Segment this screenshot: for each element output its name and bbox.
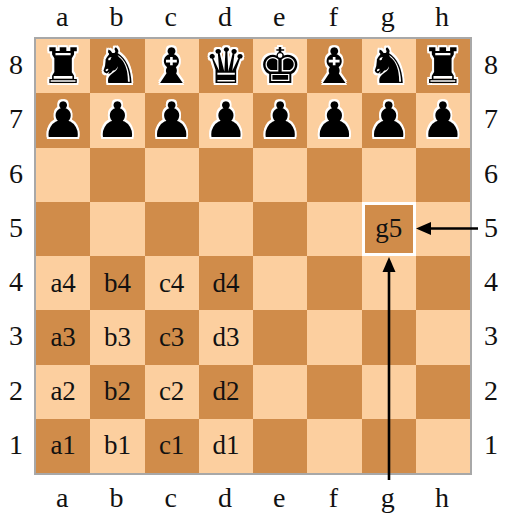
rank-label-right-2: 2 bbox=[477, 364, 505, 418]
square-g3 bbox=[362, 310, 416, 364]
square-name-label-c2: c2 bbox=[159, 378, 184, 405]
square-b7: ♟ bbox=[90, 93, 144, 147]
square-name-label-a1: a1 bbox=[50, 432, 75, 459]
rank-label-right-6: 6 bbox=[477, 147, 505, 201]
highlighted-square-label: g5 bbox=[375, 215, 402, 242]
file-label-top-g: g bbox=[361, 0, 415, 34]
black-pawn-c7: ♟ bbox=[150, 96, 194, 145]
square-c7: ♟ bbox=[145, 93, 199, 147]
file-label-top-d: d bbox=[198, 0, 252, 34]
square-a1: a1 bbox=[36, 419, 90, 473]
black-bishop-f8: ♝ bbox=[312, 42, 356, 91]
square-a6 bbox=[36, 148, 90, 202]
square-g7: ♟ bbox=[362, 93, 416, 147]
black-pawn-b7: ♟ bbox=[95, 96, 139, 145]
black-pawn-e7: ♟ bbox=[258, 96, 302, 145]
square-a8: ♜ bbox=[36, 39, 90, 93]
square-c6 bbox=[145, 148, 199, 202]
square-c4: c4 bbox=[145, 256, 199, 310]
square-name-label-a3: a3 bbox=[50, 324, 75, 351]
square-name-label-c3: c3 bbox=[159, 324, 184, 351]
file-label-bottom-b: b bbox=[89, 479, 143, 517]
square-b8: ♞ bbox=[90, 39, 144, 93]
square-d1: d1 bbox=[199, 419, 253, 473]
square-b6 bbox=[90, 148, 144, 202]
square-e6 bbox=[253, 148, 307, 202]
black-rook-a8: ♜ bbox=[41, 42, 85, 91]
square-h4 bbox=[416, 256, 470, 310]
black-pawn-f7: ♟ bbox=[312, 96, 356, 145]
chess-notation-diagram: ♜♞♝♛♚♝♞♜♟♟♟♟♟♟♟♟g5a4b4c4d4a3b3c3d3a2b2c2… bbox=[0, 0, 510, 522]
chess-board: ♜♞♝♛♚♝♞♜♟♟♟♟♟♟♟♟g5a4b4c4d4a3b3c3d3a2b2c2… bbox=[34, 37, 472, 475]
square-h2 bbox=[416, 365, 470, 419]
square-h5 bbox=[416, 202, 470, 256]
square-a5 bbox=[36, 202, 90, 256]
square-g8: ♞ bbox=[362, 39, 416, 93]
square-h1 bbox=[416, 419, 470, 473]
square-f6 bbox=[307, 148, 361, 202]
square-d2: d2 bbox=[199, 365, 253, 419]
file-label-top-h: h bbox=[415, 0, 469, 34]
square-d4: d4 bbox=[199, 256, 253, 310]
square-c1: c1 bbox=[145, 419, 199, 473]
square-name-label-d4: d4 bbox=[212, 270, 239, 297]
file-label-bottom-a: a bbox=[35, 479, 89, 517]
square-f7: ♟ bbox=[307, 93, 361, 147]
rank-label-left-5: 5 bbox=[0, 201, 32, 255]
file-label-top-a: a bbox=[35, 0, 89, 34]
black-pawn-d7: ♟ bbox=[204, 96, 248, 145]
black-pawn-a7: ♟ bbox=[41, 96, 85, 145]
square-d8: ♛ bbox=[199, 39, 253, 93]
square-name-label-a4: a4 bbox=[50, 270, 75, 297]
square-g1 bbox=[362, 419, 416, 473]
black-pawn-h7: ♟ bbox=[421, 96, 465, 145]
square-b3: b3 bbox=[90, 310, 144, 364]
square-b4: b4 bbox=[90, 256, 144, 310]
square-e2 bbox=[253, 365, 307, 419]
black-knight-g8: ♞ bbox=[367, 42, 411, 91]
square-name-label-c1: c1 bbox=[159, 432, 184, 459]
rank-label-left-2: 2 bbox=[0, 364, 32, 418]
black-rook-h8: ♜ bbox=[421, 42, 465, 91]
file-label-top-f: f bbox=[306, 0, 360, 34]
square-c8: ♝ bbox=[145, 39, 199, 93]
square-d3: d3 bbox=[199, 310, 253, 364]
square-c2: c2 bbox=[145, 365, 199, 419]
black-king-e8: ♚ bbox=[258, 42, 302, 91]
square-a3: a3 bbox=[36, 310, 90, 364]
file-label-bottom-h: h bbox=[415, 479, 469, 517]
square-f3 bbox=[307, 310, 361, 364]
square-b1: b1 bbox=[90, 419, 144, 473]
square-c5 bbox=[145, 202, 199, 256]
file-label-top-b: b bbox=[89, 0, 143, 34]
rank-label-right-5: 5 bbox=[477, 201, 505, 255]
square-e1 bbox=[253, 419, 307, 473]
black-knight-b8: ♞ bbox=[95, 42, 139, 91]
rank-label-right-4: 4 bbox=[477, 255, 505, 309]
square-e8: ♚ bbox=[253, 39, 307, 93]
rank-label-right-7: 7 bbox=[477, 92, 505, 146]
square-h7: ♟ bbox=[416, 93, 470, 147]
rank-label-left-7: 7 bbox=[0, 92, 32, 146]
square-f8: ♝ bbox=[307, 39, 361, 93]
square-a4: a4 bbox=[36, 256, 90, 310]
square-a2: a2 bbox=[36, 365, 90, 419]
square-name-label-b3: b3 bbox=[104, 324, 131, 351]
square-e5 bbox=[253, 202, 307, 256]
square-b2: b2 bbox=[90, 365, 144, 419]
black-queen-d8: ♛ bbox=[204, 42, 248, 91]
square-g5: g5 bbox=[362, 202, 416, 256]
rank-label-right-8: 8 bbox=[477, 38, 505, 92]
file-label-bottom-c: c bbox=[144, 479, 198, 517]
square-name-label-d1: d1 bbox=[212, 432, 239, 459]
file-label-bottom-f: f bbox=[306, 479, 360, 517]
file-label-top-c: c bbox=[144, 0, 198, 34]
rank-label-right-3: 3 bbox=[477, 309, 505, 363]
rank-label-right-1: 1 bbox=[477, 418, 505, 472]
square-e4 bbox=[253, 256, 307, 310]
square-name-label-b1: b1 bbox=[104, 432, 131, 459]
square-name-label-d2: d2 bbox=[212, 378, 239, 405]
square-h3 bbox=[416, 310, 470, 364]
square-f2 bbox=[307, 365, 361, 419]
square-c3: c3 bbox=[145, 310, 199, 364]
rank-label-left-1: 1 bbox=[0, 418, 32, 472]
square-name-label-d3: d3 bbox=[212, 324, 239, 351]
square-f4 bbox=[307, 256, 361, 310]
square-name-label-a2: a2 bbox=[50, 378, 75, 405]
file-label-top-e: e bbox=[252, 0, 306, 34]
square-g4 bbox=[362, 256, 416, 310]
square-f1 bbox=[307, 419, 361, 473]
rank-label-left-8: 8 bbox=[0, 38, 32, 92]
square-g2 bbox=[362, 365, 416, 419]
square-b5 bbox=[90, 202, 144, 256]
rank-label-left-3: 3 bbox=[0, 309, 32, 363]
square-f5 bbox=[307, 202, 361, 256]
square-a7: ♟ bbox=[36, 93, 90, 147]
file-label-bottom-e: e bbox=[252, 479, 306, 517]
black-pawn-g7: ♟ bbox=[367, 96, 411, 145]
square-d7: ♟ bbox=[199, 93, 253, 147]
square-g6 bbox=[362, 148, 416, 202]
square-d6 bbox=[199, 148, 253, 202]
square-name-label-b2: b2 bbox=[104, 378, 131, 405]
rank-label-left-6: 6 bbox=[0, 147, 32, 201]
square-name-label-b4: b4 bbox=[104, 270, 131, 297]
file-label-bottom-d: d bbox=[198, 479, 252, 517]
square-h8: ♜ bbox=[416, 39, 470, 93]
square-name-label-c4: c4 bbox=[159, 270, 184, 297]
square-h6 bbox=[416, 148, 470, 202]
black-bishop-c8: ♝ bbox=[150, 42, 194, 91]
rank-label-left-4: 4 bbox=[0, 255, 32, 309]
square-d5 bbox=[199, 202, 253, 256]
square-e3 bbox=[253, 310, 307, 364]
square-e7: ♟ bbox=[253, 93, 307, 147]
file-label-bottom-g: g bbox=[361, 479, 415, 517]
